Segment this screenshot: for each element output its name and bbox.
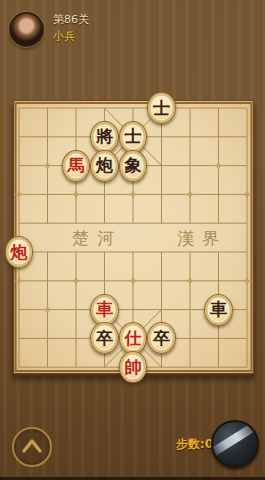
header: 第86关 小兵 [0, 0, 265, 56]
swoosh-icon [211, 420, 259, 457]
board-cell: 象 [119, 151, 148, 180]
piece-black-炮[interactable]: 炮 [90, 150, 119, 182]
piece-black-將[interactable]: 將 [90, 121, 119, 153]
piece-red-帥[interactable]: 帥 [119, 351, 148, 383]
level-label: 第86关 [53, 13, 89, 27]
board-cell: 車 [204, 295, 233, 324]
piece-red-炮[interactable]: 炮 [5, 236, 34, 268]
board-cell: 士 [147, 94, 176, 123]
piece-red-仕[interactable]: 仕 [119, 322, 148, 354]
piece-black-卒[interactable]: 卒 [90, 322, 119, 354]
chevron-up-icon [14, 429, 50, 465]
board-cell: 卒 [147, 324, 176, 353]
piece-red-車[interactable]: 車 [90, 294, 119, 326]
piece-black-士[interactable]: 士 [119, 121, 148, 153]
footer: 步数:0 [0, 424, 265, 480]
puzzle-mode-button[interactable] [211, 420, 259, 468]
moves-label: 步数: [176, 437, 205, 451]
piece-black-象[interactable]: 象 [119, 150, 148, 182]
moves-counter: 步数:0 [176, 436, 213, 453]
player-name: 小兵 [53, 30, 89, 44]
game-screen: 第86关 小兵 [0, 0, 265, 480]
board-cell: 車 [90, 295, 119, 324]
board-cell: 帥 [119, 353, 148, 382]
board-cell: 將 [90, 122, 119, 151]
board-cell: 炮 [90, 151, 119, 180]
piece-grid: 士將士馬炮象炮車車卒仕卒帥 [5, 94, 262, 382]
menu-up-button[interactable] [12, 427, 52, 467]
board-cell: 炮 [5, 238, 34, 267]
header-text: 第86关 小兵 [53, 13, 89, 44]
board-cell: 馬 [62, 151, 91, 180]
piece-red-馬[interactable]: 馬 [62, 150, 91, 182]
board-cell: 仕 [119, 324, 148, 353]
piece-black-車[interactable]: 車 [204, 294, 233, 326]
piece-black-卒[interactable]: 卒 [147, 322, 176, 354]
board-cell: 士 [119, 122, 148, 151]
piece-black-士[interactable]: 士 [147, 92, 176, 124]
board-cell: 卒 [90, 324, 119, 353]
xiangqi-board[interactable]: 楚河 漢界 士將士馬炮象炮車車卒仕卒帥 [13, 100, 254, 374]
player-avatar[interactable] [9, 12, 44, 47]
